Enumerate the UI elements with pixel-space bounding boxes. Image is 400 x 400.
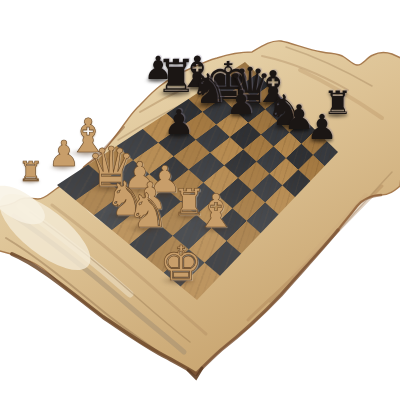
piece-white-pawn[interactable]: ♟: [48, 136, 80, 172]
piece-white-bishop[interactable]: ♝: [195, 189, 236, 235]
piece-black-pawn[interactable]: ♟: [226, 86, 256, 120]
piece-black-knight[interactable]: ♞: [190, 69, 227, 110]
piece-black-pawn[interactable]: ♟: [307, 110, 338, 145]
piece-white-rook[interactable]: ♜: [19, 158, 43, 185]
piece-white-king[interactable]: ♚: [159, 239, 202, 287]
piece-black-pawn[interactable]: ♟: [164, 105, 195, 139]
chess-set-photo: ♟♜♝♞♚♛♝♟♞♟♟♜♟♜♝♟♛♟♟♟♞♜♞♝♚: [0, 0, 400, 400]
piece-white-knight[interactable]: ♞: [127, 187, 170, 235]
